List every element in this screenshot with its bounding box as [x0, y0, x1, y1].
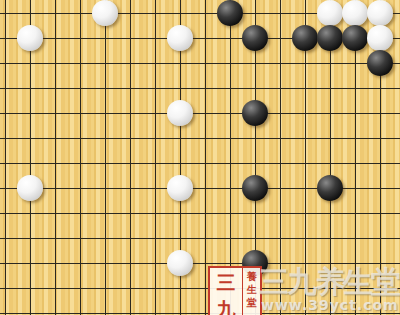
- white-stone: [167, 25, 193, 51]
- black-stone: [242, 25, 268, 51]
- black-stone: [242, 175, 268, 201]
- black-stone: [292, 25, 318, 51]
- white-stone: [17, 175, 43, 201]
- seal-main-characters: 三 九: [210, 268, 242, 315]
- white-stone: [167, 175, 193, 201]
- seal-side-char-1: 養: [247, 270, 257, 283]
- black-stone: [242, 100, 268, 126]
- black-stone: [217, 0, 243, 26]
- black-stone: [367, 50, 393, 76]
- go-board: 三 九 養 生 堂 三九养生堂 www.39yct.com: [0, 0, 400, 315]
- white-stone: [367, 25, 393, 51]
- seal-side-char-3: 堂: [247, 296, 257, 309]
- white-stone: [367, 0, 393, 26]
- seal-char-1: 三: [217, 272, 236, 292]
- white-stone: [167, 250, 193, 276]
- red-seal-watermark: 三 九 養 生 堂: [208, 266, 262, 315]
- white-stone: [92, 0, 118, 26]
- watermark-url: www.39yct.com: [261, 297, 399, 313]
- black-stone: [342, 25, 368, 51]
- white-stone: [342, 0, 368, 26]
- white-stone: [17, 25, 43, 51]
- black-stone: [317, 25, 343, 51]
- seal-char-2: 九: [217, 299, 236, 315]
- white-stone: [167, 100, 193, 126]
- seal-side-characters: 養 生 堂: [242, 268, 260, 315]
- seal-side-char-2: 生: [247, 283, 257, 296]
- white-stone: [317, 0, 343, 26]
- black-stone: [317, 175, 343, 201]
